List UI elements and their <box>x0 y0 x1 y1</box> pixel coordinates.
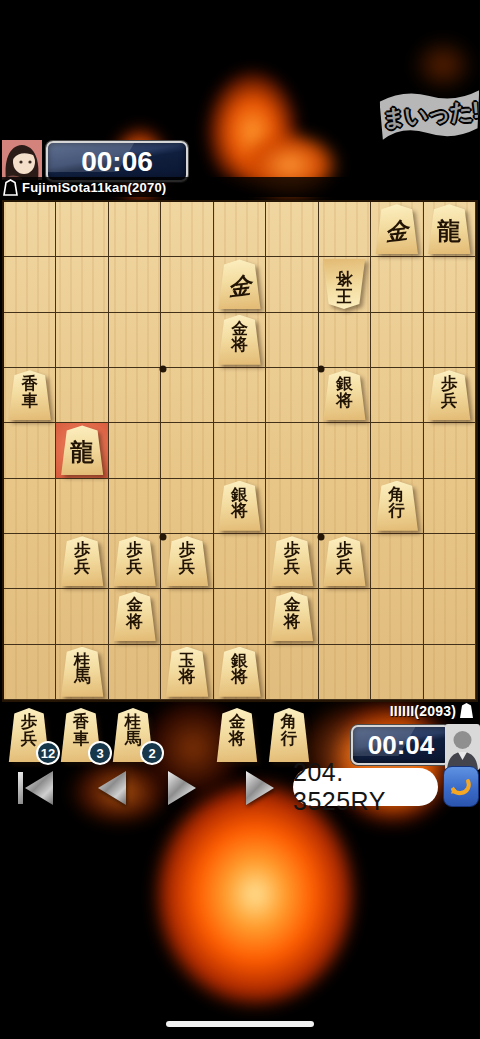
piece-kanji: 将 <box>231 337 248 354</box>
piece-kanji: 馬 <box>74 669 91 686</box>
board-cell-r3c2[interactable] <box>56 313 108 368</box>
board-cell-r2c6[interactable] <box>266 257 318 312</box>
board-cell-r1c6[interactable] <box>266 202 318 257</box>
board-cell-r2c9[interactable] <box>424 257 476 312</box>
flame-background <box>195 45 310 185</box>
piece-kanji: 将 <box>126 614 143 631</box>
board-cell-r6c6[interactable] <box>266 479 318 534</box>
piece-king-gote[interactable]: 玉将 <box>165 647 209 697</box>
top-player-name: FujimiSota11kan(2070) <box>22 180 166 195</box>
board-cell-r1c7[interactable] <box>319 202 371 257</box>
board-cell-r9c3[interactable] <box>109 645 161 700</box>
piece-bishop[interactable]: 角行 <box>375 481 419 531</box>
board-cell-r5c8[interactable] <box>371 423 423 478</box>
board-cell-r1c5[interactable] <box>214 202 266 257</box>
piece-kanji: 行 <box>389 503 406 520</box>
piece-kanji: 将 <box>284 614 301 631</box>
board-cell-r5c5[interactable] <box>214 423 266 478</box>
board-cell-r8c4[interactable] <box>161 589 213 644</box>
board-cell-r6c9[interactable] <box>424 479 476 534</box>
piece-kanji: 龍 <box>437 215 461 243</box>
piece-kanji: 兵 <box>441 393 458 410</box>
board-cell-r9c5[interactable]: 銀将 <box>214 645 266 700</box>
piece-pawn[interactable]: 歩兵 <box>165 536 209 586</box>
piece-kanji: 王 <box>336 287 353 304</box>
board-cell-r9c7[interactable] <box>319 645 371 700</box>
board-cell-r2c5[interactable]: 金 <box>214 257 266 312</box>
flame-background <box>398 25 480 105</box>
last-move-triangle-icon <box>246 771 274 805</box>
board-cell-r3c8[interactable] <box>371 313 423 368</box>
board-cell-r9c6[interactable] <box>266 645 318 700</box>
board-cell-r4c9[interactable]: 歩兵 <box>424 368 476 423</box>
board-grid: 金龍金王将金将香車銀将歩兵龍銀将角行歩兵歩兵歩兵歩兵歩兵金将金将桂馬玉将銀将 <box>4 202 476 700</box>
board-cell-r4c7[interactable]: 銀将 <box>319 368 371 423</box>
last-move-button[interactable] <box>246 770 274 806</box>
board-cell-r2c7[interactable]: 王将 <box>319 257 371 312</box>
board-cell-r9c9[interactable] <box>424 645 476 700</box>
board-cell-r5c1[interactable] <box>4 423 56 478</box>
board-cell-r2c1[interactable] <box>4 257 56 312</box>
board-cell-r6c2[interactable] <box>56 479 108 534</box>
board-cell-r4c8[interactable] <box>371 368 423 423</box>
piece-kanji: 兵 <box>74 559 91 576</box>
board-cell-r8c3[interactable]: 金将 <box>109 589 161 644</box>
board-cell-r6c8[interactable]: 角行 <box>371 479 423 534</box>
piece-king-sente[interactable]: 王将 <box>322 259 366 309</box>
move-number-text: 204. 3525RY <box>293 758 438 816</box>
board-cell-r9c4[interactable]: 玉将 <box>161 645 213 700</box>
piece-kanji: 兵 <box>179 559 196 576</box>
piece-bag-icon <box>459 702 474 719</box>
piece-pawn[interactable]: 歩兵 <box>60 536 104 586</box>
board-cell-r1c4[interactable] <box>161 202 213 257</box>
bottom-player-name: IIIIII(2093) <box>390 703 456 719</box>
piece-gold[interactable]: 金将 <box>216 708 260 762</box>
board-cell-r3c7[interactable] <box>319 313 371 368</box>
board-cell-r8c5[interactable] <box>214 589 266 644</box>
home-indicator[interactable] <box>166 1021 314 1027</box>
board-cell-r1c3[interactable] <box>109 202 161 257</box>
piece-bag-icon <box>3 179 18 196</box>
board-cell-r4c4[interactable] <box>161 368 213 423</box>
previous-move-triangle-icon <box>98 771 126 805</box>
board-cell-r5c6[interactable] <box>266 423 318 478</box>
board-cell-r3c6[interactable] <box>266 313 318 368</box>
hoshi-dot <box>318 533 325 540</box>
next-move-button[interactable] <box>168 770 196 806</box>
board-cell-r8c7[interactable] <box>319 589 371 644</box>
piece-kanji: 金 <box>385 214 409 245</box>
piece-gold[interactable]: 金将 <box>217 315 261 365</box>
piece-kanji: 兵 <box>284 559 301 576</box>
board-cell-r7c7[interactable]: 歩兵 <box>319 534 371 589</box>
shogi-board: 金龍金王将金将香車銀将歩兵龍銀将角行歩兵歩兵歩兵歩兵歩兵金将金将桂馬玉将銀将 <box>2 200 478 702</box>
board-cell-r4c2[interactable] <box>56 368 108 423</box>
piece-pawn[interactable]: 歩兵 <box>427 370 471 420</box>
piece-silver[interactable]: 銀将 <box>217 647 261 697</box>
piece-gold[interactable]: 金将 <box>113 591 157 641</box>
board-cell-r3c9[interactable] <box>424 313 476 368</box>
piece-pawn[interactable]: 歩兵 <box>270 536 314 586</box>
hoshi-dot <box>318 366 325 373</box>
board-cell-r6c1[interactable] <box>4 479 56 534</box>
board-cell-r8c1[interactable] <box>4 589 56 644</box>
board-cell-r7c2[interactable]: 歩兵 <box>56 534 108 589</box>
board-cell-r6c4[interactable] <box>161 479 213 534</box>
resign-banner-text: まいった! <box>380 94 479 133</box>
piece-pawn[interactable]: 歩兵 <box>113 536 157 586</box>
hoshi-dot <box>159 366 166 373</box>
bottom-player-name-bar: IIIIII(2093) <box>390 702 478 719</box>
resign-banner: まいった! <box>379 86 480 141</box>
board-cell-r1c9[interactable]: 龍 <box>424 202 476 257</box>
hand-piece-knight[interactable]: 桂馬2 <box>112 708 156 762</box>
board-cell-r5c7[interactable] <box>319 423 371 478</box>
hand-piece-pawn[interactable]: 歩兵12 <box>8 708 52 762</box>
previous-move-button[interactable] <box>98 770 126 806</box>
board-cell-r8c6[interactable]: 金将 <box>266 589 318 644</box>
board-cell-r3c3[interactable] <box>109 313 161 368</box>
shogi-app-screen: まいった! 00:06 FujimiSota11kan(2070) 金龍金王将金… <box>0 0 480 1039</box>
move-number-display: 204. 3525RY <box>293 768 438 806</box>
piece-kanji: 馬 <box>125 731 142 748</box>
piece-kanji: 龍 <box>70 436 94 464</box>
board-cell-r8c8[interactable] <box>371 589 423 644</box>
piece-bishop[interactable]: 角行 <box>268 708 312 762</box>
hand-piece-gold[interactable]: 金将 <box>216 708 260 762</box>
top-player-name-bar: FujimiSota11kan(2070) <box>0 177 480 197</box>
undo-button[interactable] <box>443 766 479 807</box>
hand-piece-bishop[interactable]: 角行 <box>268 708 312 762</box>
board-cell-r6c3[interactable] <box>109 479 161 534</box>
piece-kanji: 将 <box>231 503 248 520</box>
board-cell-r1c8[interactable]: 金 <box>371 202 423 257</box>
piece-silver[interactable]: 銀将 <box>322 370 366 420</box>
piece-kanji: 行 <box>281 731 298 748</box>
board-cell-r5c4[interactable] <box>161 423 213 478</box>
board-cell-r3c1[interactable] <box>4 313 56 368</box>
piece-kanji: 将 <box>336 393 353 410</box>
board-cell-r9c8[interactable] <box>371 645 423 700</box>
board-cell-r8c9[interactable] <box>424 589 476 644</box>
board-cell-r7c3[interactable]: 歩兵 <box>109 534 161 589</box>
board-cell-r7c9[interactable] <box>424 534 476 589</box>
board-cell-r2c3[interactable] <box>109 257 161 312</box>
board-cell-r4c3[interactable] <box>109 368 161 423</box>
board-cell-r7c8[interactable] <box>371 534 423 589</box>
board-cell-r7c1[interactable] <box>4 534 56 589</box>
top-player-clock: 00:06 <box>46 141 188 182</box>
avatar <box>2 140 42 180</box>
piece-lance[interactable]: 香車 <box>8 370 52 420</box>
board-cell-r9c1[interactable] <box>4 645 56 700</box>
board-cell-r3c4[interactable] <box>161 313 213 368</box>
piece-kanji: 将 <box>179 669 196 686</box>
piece-kanji: 兵 <box>336 559 353 576</box>
board-cell-r9c2[interactable]: 桂馬 <box>56 645 108 700</box>
piece-dragon[interactable]: 龍 <box>427 204 471 254</box>
board-cell-r5c2[interactable]: 龍 <box>56 423 108 478</box>
hoshi-dot <box>159 533 166 540</box>
board-cell-r4c1[interactable]: 香車 <box>4 368 56 423</box>
piece-kanji: 車 <box>73 731 90 748</box>
piece-pawn[interactable]: 歩兵 <box>322 536 366 586</box>
board-cell-r1c1[interactable] <box>4 202 56 257</box>
piece-kanji: 金 <box>228 269 252 300</box>
first-move-button[interactable] <box>18 770 53 806</box>
board-cell-r3c5[interactable]: 金将 <box>214 313 266 368</box>
board-cell-r5c3[interactable] <box>109 423 161 478</box>
bottom-clock-value: 00:04 <box>368 730 435 761</box>
undo-arrow-icon <box>448 774 474 800</box>
board-cell-r7c6[interactable]: 歩兵 <box>266 534 318 589</box>
piece-promoted-silver[interactable]: 金 <box>375 204 419 254</box>
piece-kanji: 将 <box>231 669 248 686</box>
board-cell-r5c9[interactable] <box>424 423 476 478</box>
first-move-triangle-icon <box>25 771 53 805</box>
piece-gold[interactable]: 金将 <box>270 591 314 641</box>
board-cell-r8c2[interactable] <box>56 589 108 644</box>
piece-promoted-knight[interactable]: 金 <box>217 259 261 309</box>
board-cell-r2c8[interactable] <box>371 257 423 312</box>
board-cell-r6c7[interactable] <box>319 479 371 534</box>
piece-kanji: 将 <box>229 731 246 748</box>
piece-silver[interactable]: 銀将 <box>217 481 261 531</box>
board-cell-r1c2[interactable] <box>56 202 108 257</box>
piece-kanji: 兵 <box>126 559 143 576</box>
next-move-triangle-icon <box>168 771 196 805</box>
piece-kanji: 将 <box>336 270 353 287</box>
board-cell-r6c5[interactable]: 銀将 <box>214 479 266 534</box>
top-clock-value: 00:06 <box>81 146 153 178</box>
board-cell-r7c4[interactable]: 歩兵 <box>161 534 213 589</box>
replay-controls: 204. 3525RY <box>0 762 480 814</box>
board-cell-r2c4[interactable] <box>161 257 213 312</box>
first-move-bar <box>18 772 23 804</box>
board-cell-r7c5[interactable] <box>214 534 266 589</box>
board-cell-r2c2[interactable] <box>56 257 108 312</box>
board-cell-r4c5[interactable] <box>214 368 266 423</box>
piece-kanji: 車 <box>21 393 38 410</box>
piece-dragon[interactable]: 龍 <box>60 425 104 475</box>
piece-knight[interactable]: 桂馬 <box>60 647 104 697</box>
piece-kanji: 兵 <box>21 731 38 748</box>
hand-piece-lance[interactable]: 香車3 <box>60 708 104 762</box>
board-cell-r4c6[interactable] <box>266 368 318 423</box>
